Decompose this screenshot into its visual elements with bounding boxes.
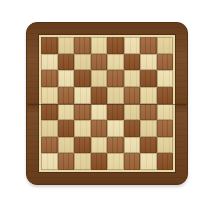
square-d8[interactable] (91, 37, 108, 54)
square-a8[interactable] (41, 37, 58, 54)
square-h6[interactable] (157, 70, 174, 87)
square-e5[interactable] (107, 87, 124, 104)
square-c5[interactable] (74, 87, 91, 104)
square-b8[interactable] (58, 37, 75, 54)
square-h3[interactable] (157, 120, 174, 137)
square-g3[interactable] (140, 120, 157, 137)
board-grid (41, 37, 173, 170)
square-h8[interactable] (157, 37, 174, 54)
square-b1[interactable] (58, 153, 75, 170)
square-f7[interactable] (124, 54, 141, 71)
square-b5[interactable] (58, 87, 75, 104)
square-g2[interactable] (140, 137, 157, 154)
square-c7[interactable] (74, 54, 91, 71)
photo-background (0, 0, 215, 215)
inlay-border (39, 35, 175, 172)
square-b6[interactable] (58, 70, 75, 87)
square-a5[interactable] (41, 87, 58, 104)
square-d5[interactable] (91, 87, 108, 104)
square-f2[interactable] (124, 137, 141, 154)
square-c8[interactable] (74, 37, 91, 54)
square-h5[interactable] (157, 87, 174, 104)
square-a1[interactable] (41, 153, 58, 170)
square-h1[interactable] (157, 153, 174, 170)
square-a6[interactable] (41, 70, 58, 87)
square-b4[interactable] (58, 104, 75, 121)
square-c3[interactable] (74, 120, 91, 137)
square-h7[interactable] (157, 54, 174, 71)
square-f4[interactable] (124, 104, 141, 121)
square-f5[interactable] (124, 87, 141, 104)
square-d4[interactable] (91, 104, 108, 121)
square-g7[interactable] (140, 54, 157, 71)
square-h2[interactable] (157, 137, 174, 154)
square-e8[interactable] (107, 37, 124, 54)
square-f1[interactable] (124, 153, 141, 170)
square-a3[interactable] (41, 120, 58, 137)
square-e6[interactable] (107, 70, 124, 87)
square-e2[interactable] (107, 137, 124, 154)
square-d6[interactable] (91, 70, 108, 87)
square-b3[interactable] (58, 120, 75, 137)
square-b2[interactable] (58, 137, 75, 154)
square-g1[interactable] (140, 153, 157, 170)
square-c1[interactable] (74, 153, 91, 170)
square-a7[interactable] (41, 54, 58, 71)
square-a4[interactable] (41, 104, 58, 121)
square-h4[interactable] (157, 104, 174, 121)
square-f8[interactable] (124, 37, 141, 54)
square-f3[interactable] (124, 120, 141, 137)
chess-board (26, 22, 188, 185)
square-c2[interactable] (74, 137, 91, 154)
square-d3[interactable] (91, 120, 108, 137)
square-g5[interactable] (140, 87, 157, 104)
square-e4[interactable] (107, 104, 124, 121)
square-g4[interactable] (140, 104, 157, 121)
square-g8[interactable] (140, 37, 157, 54)
square-e1[interactable] (107, 153, 124, 170)
square-f6[interactable] (124, 70, 141, 87)
square-e7[interactable] (107, 54, 124, 71)
square-a2[interactable] (41, 137, 58, 154)
square-e3[interactable] (107, 120, 124, 137)
square-d7[interactable] (91, 54, 108, 71)
square-c6[interactable] (74, 70, 91, 87)
square-d2[interactable] (91, 137, 108, 154)
square-b7[interactable] (58, 54, 75, 71)
square-d1[interactable] (91, 153, 108, 170)
square-g6[interactable] (140, 70, 157, 87)
square-c4[interactable] (74, 104, 91, 121)
